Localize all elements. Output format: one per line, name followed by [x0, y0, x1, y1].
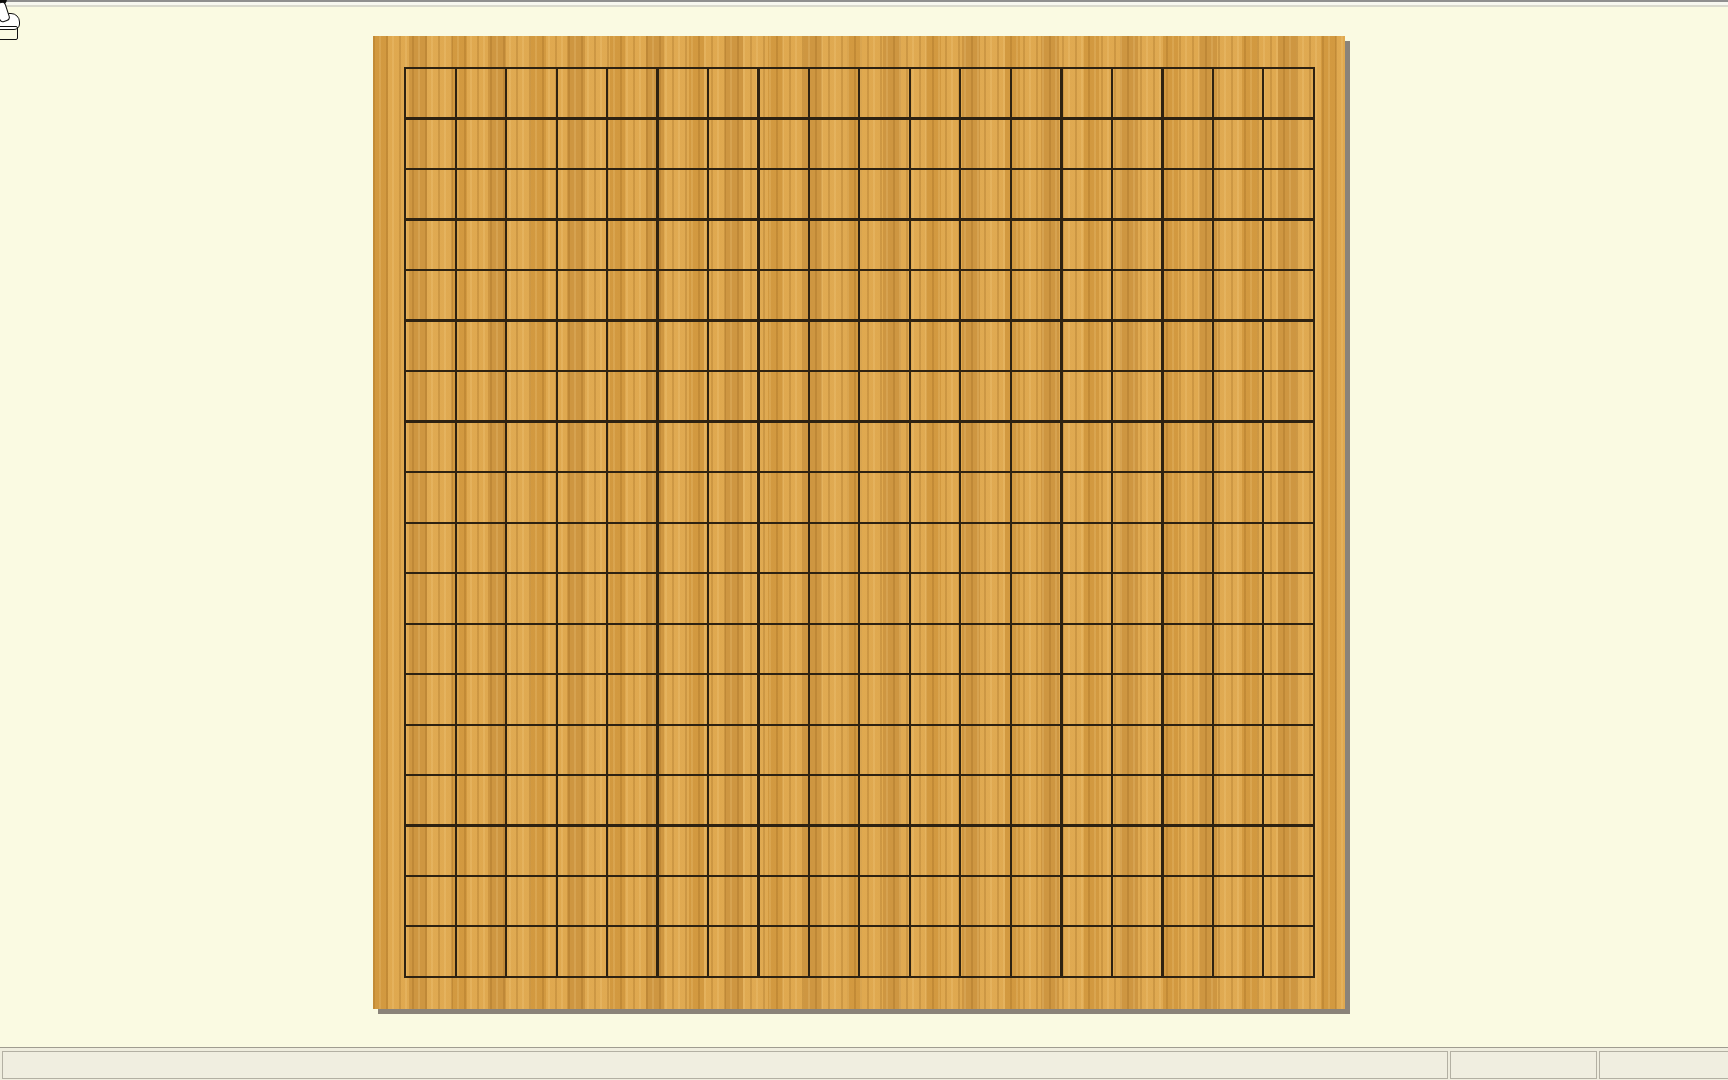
toolbar-bottom-edge: [0, 0, 1728, 7]
status-panel-current-move: [1599, 1051, 1728, 1079]
go-board[interactable]: [373, 36, 1345, 1009]
board-coords-right: [1356, 42, 1396, 1002]
hand-cursor-cuff: [0, 26, 18, 40]
status-panel-main: [2, 1051, 1448, 1079]
board-coords-top: [379, 8, 1339, 36]
status-panel-captures: [1450, 1051, 1597, 1079]
status-bar: [0, 1047, 1728, 1080]
board-coords-left: [322, 42, 362, 1002]
stones-layer: [379, 42, 1339, 1002]
board-coords-bottom: [379, 1014, 1339, 1042]
